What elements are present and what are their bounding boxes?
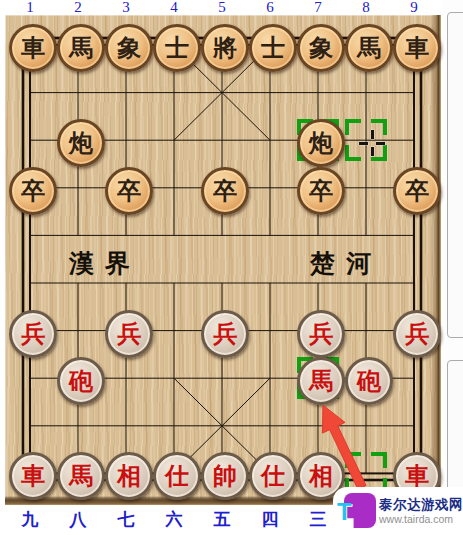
red-piece-兵[interactable]: 兵 <box>201 310 249 358</box>
bottom-file-label-1: 九 <box>22 509 39 531</box>
top-file-label-1: 1 <box>26 0 34 15</box>
top-file-label-6: 6 <box>266 0 274 15</box>
red-piece-馬[interactable]: 馬 <box>297 357 345 405</box>
red-piece-兵[interactable]: 兵 <box>297 310 345 358</box>
xiangqi-board[interactable]: 漢界 楚河 車馬象士將士象馬車炮炮卒卒卒卒卒兵兵兵兵兵砲馬砲車馬相仕帥仕相車 <box>5 15 441 505</box>
black-piece-卒[interactable]: 卒 <box>393 167 441 215</box>
black-piece-馬[interactable]: 馬 <box>57 24 105 72</box>
black-piece-卒[interactable]: 卒 <box>297 167 345 215</box>
watermark-site-name: 泰尔达游戏网 <box>379 498 463 512</box>
black-piece-炮[interactable]: 炮 <box>57 119 105 167</box>
bottom-file-label-5: 五 <box>214 509 231 531</box>
red-piece-兵[interactable]: 兵 <box>393 310 441 358</box>
side-panel-edge <box>443 0 463 535</box>
black-piece-車[interactable]: 車 <box>9 24 57 72</box>
xiangqi-app-window: 123456789 漢界 楚河 車馬象士將士象馬車炮炮卒卒卒卒卒兵兵兵兵兵砲馬砲… <box>0 0 463 535</box>
top-file-label-9: 9 <box>410 0 418 15</box>
top-file-label-2: 2 <box>74 0 82 15</box>
river-label-hanjie: 漢界 <box>69 247 141 280</box>
bracket-corner <box>345 452 361 468</box>
side-panel-groupbox-top <box>447 12 463 338</box>
black-piece-將[interactable]: 將 <box>201 24 249 72</box>
bracket-corner <box>371 452 387 468</box>
red-piece-兵[interactable]: 兵 <box>105 310 153 358</box>
black-piece-象[interactable]: 象 <box>297 24 345 72</box>
black-piece-象[interactable]: 象 <box>105 24 153 72</box>
red-piece-砲[interactable]: 砲 <box>345 357 393 405</box>
black-piece-卒[interactable]: 卒 <box>201 167 249 215</box>
board-right-edge <box>430 15 441 505</box>
black-piece-馬[interactable]: 馬 <box>345 24 393 72</box>
bottom-file-label-7: 三 <box>310 509 327 531</box>
black-piece-士[interactable]: 士 <box>249 24 297 72</box>
top-file-label-7: 7 <box>314 0 322 15</box>
bottom-file-label-6: 四 <box>262 509 279 531</box>
black-piece-卒[interactable]: 卒 <box>9 167 57 215</box>
bottom-file-label-3: 七 <box>118 509 135 531</box>
black-piece-車[interactable]: 車 <box>393 24 441 72</box>
bottom-file-label-2: 八 <box>70 509 87 531</box>
tairda-logo-icon: T <box>337 492 377 530</box>
red-piece-砲[interactable]: 砲 <box>57 357 105 405</box>
top-file-label-8: 8 <box>362 0 370 15</box>
red-piece-兵[interactable]: 兵 <box>9 310 57 358</box>
black-piece-卒[interactable]: 卒 <box>105 167 153 215</box>
top-file-label-5: 5 <box>218 0 226 15</box>
black-piece-士[interactable]: 士 <box>153 24 201 72</box>
bottom-file-label-4: 六 <box>166 509 183 531</box>
watermark-site-url: www.tairda.com <box>379 514 463 525</box>
crosshair-cursor-icon <box>359 130 385 156</box>
black-piece-炮[interactable]: 炮 <box>297 119 345 167</box>
watermark: T 泰尔达游戏网 www.tairda.com <box>333 487 463 535</box>
top-file-label-3: 3 <box>122 0 130 15</box>
top-file-label-4: 4 <box>170 0 178 15</box>
river-label-chuhe: 楚河 <box>310 247 382 280</box>
